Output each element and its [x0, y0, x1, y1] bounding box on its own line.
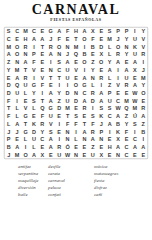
grid-cell[interactable]: R [139, 105, 147, 113]
grid-cell[interactable]: R [55, 143, 63, 151]
grid-cell[interactable]: A [80, 28, 88, 36]
grid-cell[interactable]: C [5, 35, 13, 43]
grid-cell[interactable]: A [13, 74, 21, 82]
grid-cell[interactable]: E [72, 105, 80, 113]
grid-cell[interactable]: K [131, 43, 139, 51]
grid-cell[interactable]: E [13, 135, 21, 143]
grid-cell[interactable]: A [105, 66, 113, 74]
grid-cell[interactable]: N [122, 43, 130, 51]
grid-cell[interactable]: I [55, 81, 63, 89]
grid-cell[interactable]: N [63, 43, 71, 51]
grid-cell[interactable]: X [97, 151, 105, 159]
grid-cell[interactable]: N [13, 58, 21, 66]
grid-cell[interactable]: U [131, 51, 139, 59]
grid-cell[interactable]: P [30, 51, 38, 59]
word-list-item: maquillaje [18, 177, 48, 184]
grid-cell[interactable]: O [114, 43, 122, 51]
grid-cell[interactable]: E [72, 74, 80, 82]
grid-cell[interactable]: O [80, 58, 88, 66]
word-search-grid: SCMCEGAFHAXESPPIYCEHAAJFETOFEMJYUVMORITR… [5, 28, 148, 159]
grid-cell[interactable]: C [122, 143, 130, 151]
grid-cell[interactable]: S [97, 105, 105, 113]
grid-cell[interactable]: Q [122, 105, 130, 113]
grid-cell[interactable]: G [21, 128, 29, 136]
grid-cell[interactable]: I [30, 74, 38, 82]
grid-cell[interactable]: R [89, 89, 97, 97]
grid-cell[interactable]: Z [89, 143, 97, 151]
grid-cell[interactable]: X [38, 151, 46, 159]
grid-cell[interactable]: D [55, 105, 63, 113]
grid-cell[interactable]: A [47, 89, 55, 97]
grid-cell[interactable]: E [38, 58, 46, 66]
grid-cell[interactable]: A [30, 35, 38, 43]
grid-cell[interactable]: B [89, 43, 97, 51]
grid-cell[interactable]: F [63, 120, 71, 128]
grid-cell[interactable]: E [80, 112, 88, 120]
grid-cell[interactable]: P [97, 128, 105, 136]
grid-cell[interactable]: F [55, 35, 63, 43]
grid-cell[interactable]: Y [5, 66, 13, 74]
grid-cell[interactable]: A [80, 97, 88, 105]
grid-cell[interactable]: Y [30, 89, 38, 97]
grid-cell[interactable]: M [13, 151, 21, 159]
grid-cell[interactable]: O [21, 151, 29, 159]
word-list-column: músicamatasuegrasfiestadisfrazcañí [94, 163, 134, 198]
grid-cell[interactable]: I [114, 66, 122, 74]
grid-cell[interactable]: A [80, 128, 88, 136]
grid-cell[interactable]: I [97, 81, 105, 89]
grid-cell[interactable]: I [21, 143, 29, 151]
word-list-item: diversión [18, 184, 48, 191]
grid-cell[interactable]: E [131, 151, 139, 159]
grid-cell[interactable]: B [114, 120, 122, 128]
grid-cell[interactable]: P [5, 135, 13, 143]
grid-cell[interactable]: U [63, 74, 71, 82]
grid-cell[interactable]: O [55, 43, 63, 51]
grid-cell[interactable]: K [30, 120, 38, 128]
grid-cell[interactable]: A [47, 51, 55, 59]
grid-cell[interactable]: J [5, 128, 13, 136]
grid-cell[interactable]: A [47, 135, 55, 143]
grid-cell[interactable]: O [72, 81, 80, 89]
grid-cell[interactable]: X [114, 135, 122, 143]
grid-cell[interactable]: F [89, 35, 97, 43]
grid-cell[interactable]: N [72, 151, 80, 159]
word-search-board: SCMCEGAFHAXESPPIYCEHAAJFETOFEMJYUVMORITR… [4, 27, 148, 159]
grid-cell[interactable]: E [80, 143, 88, 151]
grid-cell[interactable]: S [5, 28, 13, 36]
grid-cell[interactable]: M [63, 105, 71, 113]
grid-cell[interactable]: F [5, 112, 13, 120]
grid-cell[interactable]: F [5, 97, 13, 105]
grid-cell[interactable]: I [72, 128, 80, 136]
grid-cell[interactable]: N [55, 51, 63, 59]
grid-cell[interactable]: G [47, 105, 55, 113]
grid-cell[interactable]: T [55, 74, 63, 82]
grid-cell[interactable]: E [21, 97, 29, 105]
grid-cell[interactable]: A [13, 120, 21, 128]
grid-cell[interactable]: W [114, 105, 122, 113]
grid-cell[interactable]: T [47, 74, 55, 82]
grid-cell[interactable]: C [80, 89, 88, 97]
grid-cell[interactable]: T [5, 105, 13, 113]
grid-cell[interactable]: N [63, 128, 71, 136]
grid-cell[interactable]: I [131, 128, 139, 136]
grid-cell[interactable]: I [139, 58, 147, 66]
grid-cell[interactable]: E [131, 74, 139, 82]
grid-cell[interactable]: E [97, 143, 105, 151]
grid-cell[interactable]: R [122, 81, 130, 89]
grid-cell[interactable]: I [89, 105, 97, 113]
grid-cell[interactable]: U [55, 151, 63, 159]
grid-cell[interactable]: T [63, 112, 71, 120]
grid-cell[interactable]: H [21, 35, 29, 43]
grid-cell[interactable]: A [13, 143, 21, 151]
grid-cell[interactable]: U [63, 97, 71, 105]
grid-cell[interactable]: Q [38, 105, 46, 113]
grid-cell[interactable]: V [139, 35, 147, 43]
grid-cell[interactable]: X [97, 51, 105, 59]
grid-cell[interactable]: A [30, 151, 38, 159]
grid-cell[interactable]: E [139, 97, 147, 105]
grid-cell[interactable]: E [30, 112, 38, 120]
grid-cell[interactable]: R [38, 120, 46, 128]
grid-cell[interactable]: C [13, 28, 21, 36]
grid-cell[interactable]: U [21, 81, 29, 89]
grid-cell[interactable]: L [5, 120, 13, 128]
word-list-column: antifazserpentinamaquillajediversiónbail… [0, 163, 48, 198]
grid-cell[interactable]: I [80, 43, 88, 51]
grid-cell[interactable]: S [47, 128, 55, 136]
grid-cell[interactable]: I [30, 43, 38, 51]
grid-cell[interactable]: C [122, 151, 130, 159]
grid-cell[interactable]: T [21, 66, 29, 74]
grid-cell[interactable]: A [105, 120, 113, 128]
grid-cell[interactable]: E [47, 151, 55, 159]
grid-cell[interactable]: Z [122, 112, 130, 120]
grid-cell[interactable]: S [105, 105, 113, 113]
grid-cell[interactable]: E [139, 151, 147, 159]
grid-cell[interactable]: L [30, 105, 38, 113]
grid-cell[interactable]: A [139, 112, 147, 120]
grid-cell[interactable]: J [139, 66, 147, 74]
grid-cell[interactable]: A [80, 74, 88, 82]
grid-cell[interactable]: J [47, 35, 55, 43]
grid-cell[interactable]: R [21, 43, 29, 51]
grid-cell[interactable]: N [21, 51, 29, 59]
grid-cell[interactable]: E [13, 35, 21, 43]
grid-cell[interactable]: Z [89, 58, 97, 66]
grid-cell[interactable]: W [131, 89, 139, 97]
grid-cell[interactable]: R [47, 43, 55, 51]
grid-cell[interactable]: C [38, 135, 46, 143]
grid-cell[interactable]: A [38, 35, 46, 43]
grid-cell[interactable]: N [80, 135, 88, 143]
grid-cell[interactable]: R [21, 74, 29, 82]
grid-cell[interactable]: E [122, 135, 130, 143]
grid-cell[interactable]: T [21, 120, 29, 128]
grid-cell[interactable]: U [122, 74, 130, 82]
grid-cell[interactable]: Z [5, 58, 13, 66]
grid-cell[interactable]: Y [139, 81, 147, 89]
grid-cell[interactable]: Z [105, 81, 113, 89]
grid-cell[interactable]: E [47, 81, 55, 89]
grid-cell[interactable]: I [80, 66, 88, 74]
grid-cell[interactable]: A [131, 81, 139, 89]
grid-cell[interactable]: U [13, 89, 21, 97]
grid-cell[interactable]: J [13, 128, 21, 136]
grid-cell[interactable]: G [80, 81, 88, 89]
grid-cell[interactable]: I [114, 74, 122, 82]
grid-cell[interactable]: E [97, 28, 105, 36]
grid-cell[interactable]: Y [105, 58, 113, 66]
grid-cell[interactable]: Z [139, 120, 147, 128]
grid-cell[interactable]: U [89, 151, 97, 159]
grid-cell[interactable]: E [38, 51, 46, 59]
grid-cell[interactable]: A [63, 58, 71, 66]
grid-cell[interactable]: I [38, 89, 46, 97]
grid-cell[interactable]: Q [72, 51, 80, 59]
grid-cell[interactable]: A [139, 143, 147, 151]
grid-cell[interactable]: F [63, 28, 71, 36]
grid-cell[interactable]: X [131, 66, 139, 74]
grid-cell[interactable]: N [72, 89, 80, 97]
grid-cell[interactable]: B [139, 128, 147, 136]
grid-cell[interactable]: E [114, 89, 122, 97]
grid-cell[interactable]: P [114, 28, 122, 36]
grid-cell[interactable]: K [114, 128, 122, 136]
grid-cell[interactable]: E [105, 135, 113, 143]
grid-cell[interactable]: C [105, 112, 113, 120]
grid-cell[interactable]: E [122, 58, 130, 66]
grid-cell[interactable]: D [30, 128, 38, 136]
grid-cell[interactable]: E [38, 66, 46, 74]
grid-cell[interactable]: M [5, 43, 13, 51]
grid-cell[interactable]: V [30, 66, 38, 74]
grid-cell[interactable]: R [89, 128, 97, 136]
grid-cell[interactable]: F [122, 128, 130, 136]
grid-cell[interactable]: A [97, 97, 105, 105]
grid-cell[interactable]: K [97, 112, 105, 120]
grid-cell[interactable]: I [55, 135, 63, 143]
grid-cell[interactable]: E [72, 143, 80, 151]
grid-cell[interactable]: Y [55, 89, 63, 97]
grid-cell[interactable]: U [63, 66, 71, 74]
grid-cell[interactable]: W [131, 97, 139, 105]
grid-cell[interactable]: G [21, 112, 29, 120]
grid-cell[interactable]: O [13, 43, 21, 51]
grid-cell[interactable]: A [97, 89, 105, 97]
grid-cell[interactable]: C [30, 28, 38, 36]
grid-cell[interactable]: J [97, 120, 105, 128]
grid-cell[interactable]: L [105, 74, 113, 82]
grid-cell[interactable]: A [131, 143, 139, 151]
grid-cell[interactable]: G [30, 81, 38, 89]
grid-cell[interactable]: T [38, 97, 46, 105]
grid-cell[interactable]: I [63, 81, 71, 89]
grid-cell[interactable]: L [105, 51, 113, 59]
grid-cell[interactable]: E [38, 28, 46, 36]
word-list-item: confeti [48, 191, 94, 198]
grid-cell[interactable]: A [55, 28, 63, 36]
grid-cell[interactable]: E [63, 35, 71, 43]
grid-cell[interactable]: A [122, 66, 130, 74]
grid-cell[interactable]: F [72, 120, 80, 128]
grid-cell[interactable]: N [47, 66, 55, 74]
grid-cell[interactable]: S [105, 28, 113, 36]
grid-cell[interactable]: R [139, 51, 147, 59]
grid-cell[interactable]: E [5, 74, 13, 82]
grid-cell[interactable]: M [139, 74, 147, 82]
grid-cell[interactable]: E [38, 143, 46, 151]
grid-cell[interactable]: V [139, 43, 147, 51]
grid-cell[interactable]: D [5, 81, 13, 89]
grid-cell[interactable]: A [21, 58, 29, 66]
grid-cell[interactable]: V [114, 81, 122, 89]
grid-cell[interactable]: P [122, 28, 130, 36]
grid-cell[interactable]: E [55, 128, 63, 136]
grid-cell[interactable]: A [114, 112, 122, 120]
grid-cell[interactable]: J [114, 35, 122, 43]
grid-cell[interactable]: R [80, 105, 88, 113]
grid-cell[interactable]: U [105, 97, 113, 105]
grid-cell[interactable]: F [89, 120, 97, 128]
grid-cell[interactable]: L [21, 135, 29, 143]
grid-cell[interactable]: E [97, 66, 105, 74]
grid-cell[interactable]: M [105, 35, 113, 43]
grid-cell[interactable]: A [114, 143, 122, 151]
grid-cell[interactable]: L [13, 112, 21, 120]
grid-cell[interactable]: Y [122, 35, 130, 43]
grid-cell[interactable]: J [63, 51, 71, 59]
grid-cell[interactable]: H [105, 143, 113, 151]
grid-cell[interactable]: N [63, 135, 71, 143]
grid-cell[interactable]: C [55, 66, 63, 74]
grid-cell[interactable]: V [72, 66, 80, 74]
grid-cell[interactable]: E [55, 112, 63, 120]
grid-cell[interactable]: Y [38, 128, 46, 136]
grid-cell[interactable]: I [131, 28, 139, 36]
grid-cell[interactable]: U [131, 35, 139, 43]
grid-cell[interactable]: T [38, 43, 46, 51]
grid-cell[interactable]: A [131, 58, 139, 66]
grid-cell[interactable]: S [30, 97, 38, 105]
grid-cell[interactable]: S [131, 120, 139, 128]
grid-cell[interactable]: L [13, 105, 21, 113]
grid-cell[interactable]: B [80, 51, 88, 59]
grid-cell[interactable]: T [72, 35, 80, 43]
grid-cell[interactable]: W [63, 151, 71, 159]
grid-cell[interactable]: U [47, 112, 55, 120]
grid-cell[interactable]: S [72, 112, 80, 120]
grid-cell[interactable]: V [38, 74, 46, 82]
grid-cell[interactable]: I [13, 97, 21, 105]
grid-cell[interactable]: F [38, 81, 46, 89]
grid-cell[interactable]: B [5, 143, 13, 151]
grid-cell[interactable]: E [122, 89, 130, 97]
grid-cell[interactable]: L [89, 81, 97, 89]
grid-cell[interactable]: M [122, 97, 130, 105]
grid-cell[interactable]: L [72, 135, 80, 143]
grid-cell[interactable]: J [5, 151, 13, 159]
grid-cell[interactable]: R [114, 51, 122, 59]
grid-cell[interactable]: Q [13, 81, 21, 89]
grid-cell[interactable]: O [80, 35, 88, 43]
grid-cell[interactable]: S [55, 58, 63, 66]
grid-cell[interactable]: I [105, 128, 113, 136]
grid-cell[interactable]: C [114, 97, 122, 105]
grid-cell[interactable]: R [97, 74, 105, 82]
grid-cell[interactable]: E [80, 151, 88, 159]
grid-cell[interactable]: E [97, 35, 105, 43]
grid-cell[interactable]: F [30, 58, 38, 66]
grid-cell[interactable]: D [72, 97, 80, 105]
grid-cell[interactable]: D [89, 97, 97, 105]
word-list-item: cañí [94, 191, 134, 198]
grid-cell[interactable]: M [131, 105, 139, 113]
grid-cell[interactable]: D [97, 43, 105, 51]
grid-cell[interactable]: M [72, 43, 80, 51]
grid-cell[interactable]: M [21, 28, 29, 36]
grid-cell[interactable]: Ó [63, 143, 71, 151]
grid-cell[interactable]: E [105, 151, 113, 159]
grid-cell[interactable]: A [114, 58, 122, 66]
grid-cell[interactable]: N [89, 74, 97, 82]
grid-cell[interactable]: E [89, 51, 97, 59]
grid-cell[interactable]: N [114, 151, 122, 159]
grid-cell[interactable]: I [47, 58, 55, 66]
grid-cell[interactable]: S [89, 112, 97, 120]
grid-cell[interactable]: A [89, 135, 97, 143]
grid-cell[interactable]: T [80, 120, 88, 128]
grid-cell[interactable]: L [21, 89, 29, 97]
grid-cell[interactable]: Z [55, 97, 63, 105]
grid-cell[interactable]: A [47, 97, 55, 105]
grid-cell[interactable]: G [47, 28, 55, 36]
grid-cell[interactable]: Y [122, 120, 130, 128]
grid-cell[interactable]: I [139, 135, 147, 143]
grid-cell[interactable]: V [47, 120, 55, 128]
grid-cell[interactable]: C [131, 135, 139, 143]
grid-cell[interactable]: D [63, 89, 71, 97]
grid-cell[interactable]: L [105, 43, 113, 51]
grid-cell[interactable]: E [72, 58, 80, 66]
grid-cell[interactable]: P [105, 89, 113, 97]
grid-cell[interactable]: U [30, 135, 38, 143]
grid-cell[interactable]: A [47, 143, 55, 151]
grid-cell[interactable]: N [97, 135, 105, 143]
word-list-item: fiesta [94, 177, 134, 184]
grid-cell[interactable]: Y [89, 66, 97, 74]
grid-cell[interactable]: Y [139, 28, 147, 36]
grid-cell[interactable]: H [72, 28, 80, 36]
grid-cell[interactable]: F [38, 112, 46, 120]
grid-cell[interactable]: I [55, 120, 63, 128]
grid-cell[interactable]: V [21, 105, 29, 113]
grid-cell[interactable]: D [5, 89, 13, 97]
grid-cell[interactable]: Ú [131, 112, 139, 120]
word-list-item: peluca [48, 184, 94, 191]
word-list-item: serpentina [18, 170, 48, 177]
grid-cell[interactable]: L [30, 143, 38, 151]
grid-cell[interactable]: O [97, 58, 105, 66]
grid-cell[interactable]: O [139, 89, 147, 97]
grid-cell[interactable]: A [5, 51, 13, 59]
grid-cell[interactable]: O [13, 51, 21, 59]
grid-cell[interactable]: M [13, 66, 21, 74]
grid-cell[interactable]: X [89, 28, 97, 36]
grid-cell[interactable]: Y [122, 51, 130, 59]
